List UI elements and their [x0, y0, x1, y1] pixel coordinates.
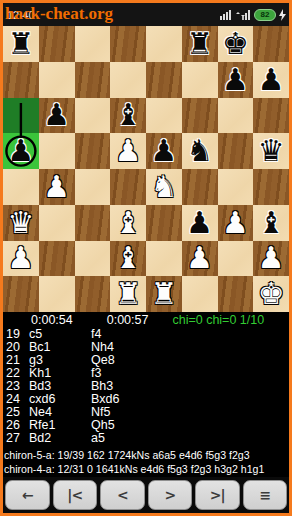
chess-board[interactable]: ♜♜♚♟♟♟♝♟♟♟♞♛♟♞♛♝♟♟♝♟♝♟♟♜♜♚ — [3, 26, 289, 312]
black-bishop-d6: ♝ — [115, 100, 142, 130]
clock-bar: 0:00:54 0:00:57 chi=0 chi=0 1/10 — [3, 312, 289, 328]
white-bishop-d3: ♝ — [115, 208, 142, 238]
square-h4[interactable] — [253, 169, 289, 205]
black-queen-h5: ♛ — [258, 136, 285, 166]
square-b2[interactable] — [39, 241, 75, 277]
signal-strength-icon — [220, 9, 233, 20]
square-e5[interactable]: ♟ — [146, 133, 182, 169]
white-knight-e4: ♞ — [150, 172, 177, 202]
move-list[interactable]: 19c5f420Bc1Nh421g3Qe822Kh1f323Bd3Bh324cx… — [3, 328, 289, 445]
square-d1[interactable]: ♜ — [110, 276, 146, 312]
square-a4[interactable] — [3, 169, 39, 205]
white-bishop-d2: ♝ — [115, 243, 142, 273]
square-g7[interactable]: ♟ — [218, 62, 254, 98]
square-a8[interactable]: ♜ — [3, 26, 39, 62]
square-g5[interactable] — [218, 133, 254, 169]
black-pawn-a5: ♟ — [7, 136, 34, 166]
square-f1[interactable] — [182, 276, 218, 312]
white-pawn-f2: ♟ — [186, 243, 213, 273]
square-f4[interactable] — [182, 169, 218, 205]
next-move-button[interactable]: > — [148, 480, 193, 510]
chess-board-wrap: ♜♜♚♟♟♟♝♟♟♟♞♛♟♞♛♝♟♟♝♟♝♟♟♜♜♚ — [3, 26, 289, 312]
last-move-button[interactable]: >| — [195, 480, 240, 510]
square-h6[interactable] — [253, 98, 289, 134]
square-b6[interactable]: ♟ — [39, 98, 75, 134]
square-h7[interactable]: ♟ — [253, 62, 289, 98]
square-f8[interactable]: ♜ — [182, 26, 218, 62]
square-f5[interactable]: ♞ — [182, 133, 218, 169]
square-c1[interactable] — [75, 276, 111, 312]
square-c3[interactable] — [75, 205, 111, 241]
move-number: 27 — [3, 432, 29, 445]
charging-bolt-icon — [279, 9, 286, 21]
square-h8[interactable] — [253, 26, 289, 62]
status-icons: 82 — [220, 9, 289, 21]
black-pawn-b6: ♟ — [43, 100, 70, 130]
menu-button[interactable]: ≡ — [243, 480, 288, 510]
square-c4[interactable] — [75, 169, 111, 205]
move-row-20: 20Bc1Nh4 — [3, 341, 289, 354]
prev-move-button[interactable]: < — [100, 480, 145, 510]
square-a3[interactable]: ♛ — [3, 205, 39, 241]
white-pawn-b4: ♟ — [43, 172, 70, 202]
black-clock: 0:00:57 — [107, 313, 149, 327]
black-rook-a8: ♜ — [7, 29, 34, 59]
white-king-h1: ♚ — [258, 279, 285, 309]
square-e1[interactable]: ♜ — [146, 276, 182, 312]
square-f7[interactable] — [182, 62, 218, 98]
square-e4[interactable]: ♞ — [146, 169, 182, 205]
square-g6[interactable] — [218, 98, 254, 134]
square-h3[interactable]: ♝ — [253, 205, 289, 241]
square-e7[interactable] — [146, 62, 182, 98]
black-bishop-h3: ♝ — [258, 208, 285, 238]
app-window: 12:40 hack-cheat.org 82 ♜♜♚♟♟♟♝♟♟♟ — [0, 0, 292, 516]
android-status-bar: 12:40 hack-cheat.org 82 — [3, 3, 289, 26]
square-a2[interactable]: ♟ — [3, 241, 39, 277]
square-e3[interactable] — [146, 205, 182, 241]
black-pawn-h7: ♟ — [258, 65, 285, 95]
square-c8[interactable] — [75, 26, 111, 62]
black-pawn-e5: ♟ — [150, 136, 177, 166]
white-pawn-d5: ♟ — [115, 136, 142, 166]
white-pawn-a2: ♟ — [7, 243, 34, 273]
white-pawn-h2: ♟ — [258, 243, 285, 273]
square-g8[interactable]: ♚ — [218, 26, 254, 62]
black-king-g8: ♚ — [222, 29, 249, 59]
square-c5[interactable] — [75, 133, 111, 169]
square-b4[interactable]: ♟ — [39, 169, 75, 205]
black-move: a5 — [91, 432, 105, 445]
square-e6[interactable] — [146, 98, 182, 134]
square-d8[interactable] — [110, 26, 146, 62]
navigation-bar: ←|<<>>|≡ — [3, 477, 289, 513]
square-c2[interactable] — [75, 241, 111, 277]
square-b5[interactable] — [39, 133, 75, 169]
black-knight-f5: ♞ — [186, 136, 213, 166]
move-row-27: 27Bd2a5 — [3, 432, 289, 445]
square-g1[interactable] — [218, 276, 254, 312]
square-a1[interactable] — [3, 276, 39, 312]
square-c6[interactable] — [75, 98, 111, 134]
battery-icon: 82 — [254, 9, 276, 21]
white-queen-a3: ♛ — [7, 208, 34, 238]
square-a6[interactable] — [3, 98, 39, 134]
square-h2[interactable]: ♟ — [253, 241, 289, 277]
square-a5[interactable]: ♟ — [3, 133, 39, 169]
square-d7[interactable] — [110, 62, 146, 98]
square-e8[interactable] — [146, 26, 182, 62]
white-move: Bd2 — [29, 432, 91, 445]
engine-output: chiron-5-a: 19/39 162 1724kNs a6a5 e4d6 … — [3, 448, 289, 477]
square-g2[interactable] — [218, 241, 254, 277]
square-b8[interactable] — [39, 26, 75, 62]
white-rook-e1: ♜ — [150, 279, 177, 309]
square-d5[interactable]: ♟ — [110, 133, 146, 169]
square-g3[interactable]: ♟ — [218, 205, 254, 241]
watermark-text: hack-cheat.org — [5, 4, 113, 24]
mobile-data-icon — [236, 9, 251, 20]
square-b7[interactable] — [39, 62, 75, 98]
square-f3[interactable]: ♟ — [182, 205, 218, 241]
white-pawn-g3: ♟ — [222, 208, 249, 238]
first-move-button[interactable]: |< — [53, 480, 98, 510]
white-rook-d1: ♜ — [115, 279, 142, 309]
square-e2[interactable] — [146, 241, 182, 277]
square-c7[interactable] — [75, 62, 111, 98]
white-clock: 0:00:54 — [31, 313, 73, 327]
square-g4[interactable] — [218, 169, 254, 205]
engine-line-1: chiron-5-a: 19/39 162 1724kNs a6a5 e4d6 … — [4, 449, 288, 463]
square-d3[interactable]: ♝ — [110, 205, 146, 241]
black-rook-f8: ♜ — [186, 29, 213, 59]
square-f2[interactable]: ♟ — [182, 241, 218, 277]
square-d4[interactable] — [110, 169, 146, 205]
square-f6[interactable] — [182, 98, 218, 134]
square-b1[interactable] — [39, 276, 75, 312]
black-pawn-g7: ♟ — [222, 65, 249, 95]
square-d2[interactable]: ♝ — [110, 241, 146, 277]
square-h1[interactable]: ♚ — [253, 276, 289, 312]
square-b3[interactable] — [39, 205, 75, 241]
black-pawn-f3: ♟ — [186, 208, 213, 238]
engine-status: chi=0 chi=0 1/10 — [172, 313, 264, 327]
back-button[interactable]: ← — [5, 480, 50, 510]
square-h5[interactable]: ♛ — [253, 133, 289, 169]
square-d6[interactable]: ♝ — [110, 98, 146, 134]
square-a7[interactable] — [3, 62, 39, 98]
engine-line-2: chiron-4-a: 12/31 0 1641kNs e4d6 f5g3 f2… — [4, 463, 288, 477]
